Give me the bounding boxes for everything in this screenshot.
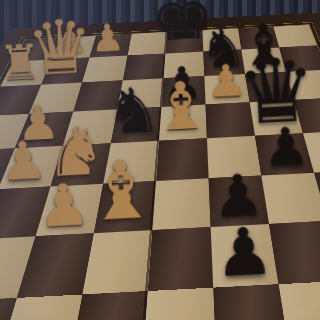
square-g7 <box>269 221 320 284</box>
piece-black-pawn-g6: ♟ <box>213 221 275 286</box>
square-d4: ♞ <box>111 107 162 143</box>
square-e5 <box>156 138 209 181</box>
piece-white-rook-b1: ♜ <box>0 39 42 86</box>
board-tilt: ♟♟♚♜♛♞♝♟♟♟♞♝♛♟♞♟♟♝♟♟♟ 12345678 <box>0 12 320 320</box>
square-h7 <box>279 281 320 320</box>
square-d5: ♝ <box>159 105 207 141</box>
square-h3 <box>0 294 82 320</box>
square-a3: ♟ <box>90 34 132 58</box>
square-h6 <box>213 284 291 320</box>
piece-black-pawn-e7: ♟ <box>261 122 311 174</box>
piece-white-bishop-f4: ♝ <box>83 153 159 233</box>
piece-white-pawn-f3: ♟ <box>36 177 91 235</box>
square-g5 <box>148 227 213 291</box>
photo-chess-scene: ♟♟♚♜♛♞♝♟♟♟♞♝♛♟♞♟♟♝♟♟♟ 12345678 <box>0 0 320 320</box>
square-a5: ♚ <box>165 30 203 53</box>
piece-white-pawn-g2: ♟ <box>0 235 14 300</box>
square-g4 <box>82 230 152 294</box>
square-g6: ♟ <box>211 224 279 288</box>
board-squares: ♟♟♚♜♛♞♝♟♟♟♞♝♛♟♞♟♟♝♟♟♟ <box>0 24 320 320</box>
square-b2: ♛ <box>41 58 89 85</box>
square-h5 <box>142 288 216 320</box>
board-frame: ♟♟♚♜♛♞♝♟♟♟♞♝♛♟♞♟♟♝♟♟♟ 12345678 <box>0 12 320 320</box>
board-scene: ♟♟♚♜♛♞♝♟♟♟♞♝♛♟♞♟♟♝♟♟♟ 12345678 <box>0 0 320 320</box>
square-f4: ♝ <box>94 181 156 233</box>
piece-white-pawn-a3: ♟ <box>90 19 126 57</box>
piece-black-knight-d4: ♞ <box>104 81 163 143</box>
square-f5 <box>152 178 210 230</box>
square-e7: ♟ <box>255 133 314 175</box>
